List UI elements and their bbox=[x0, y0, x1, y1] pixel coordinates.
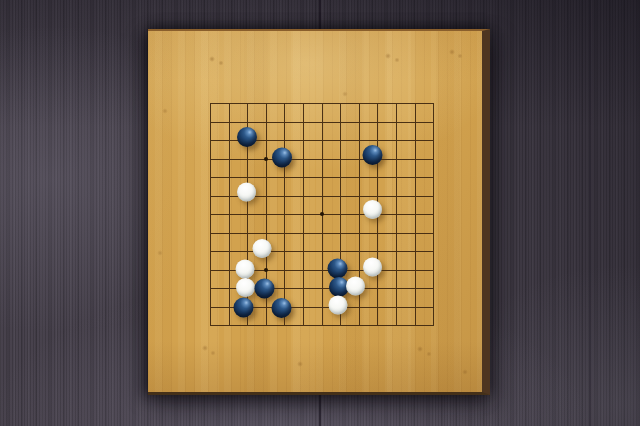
black-stone bbox=[272, 298, 292, 318]
intersection-1-10 bbox=[219, 279, 238, 298]
intersection-9-10 bbox=[368, 279, 387, 298]
intersection-11-11 bbox=[405, 297, 424, 316]
intersection-4-5 bbox=[275, 186, 294, 205]
intersection-9-12 bbox=[368, 316, 387, 335]
intersection-0-5 bbox=[201, 186, 220, 205]
intersection-1-3 bbox=[219, 149, 238, 168]
intersection-11-5 bbox=[405, 186, 424, 205]
intersection-8-7 bbox=[349, 223, 368, 242]
intersection-11-1 bbox=[405, 112, 424, 131]
intersection-3-0 bbox=[256, 94, 275, 113]
intersection-2-3 bbox=[238, 149, 257, 168]
go-board bbox=[148, 29, 490, 395]
intersection-4-8 bbox=[275, 242, 294, 261]
intersection-11-10 bbox=[405, 279, 424, 298]
intersection-10-9 bbox=[387, 260, 406, 279]
intersection-12-9 bbox=[424, 260, 443, 279]
intersection-8-1 bbox=[349, 112, 368, 131]
intersection-12-8 bbox=[424, 242, 443, 261]
intersection-2-11 bbox=[238, 297, 257, 316]
intersection-5-7 bbox=[294, 223, 313, 242]
intersection-12-4 bbox=[424, 168, 443, 187]
intersection-12-5 bbox=[424, 186, 443, 205]
intersection-0-7 bbox=[201, 223, 220, 242]
intersection-11-3 bbox=[405, 149, 424, 168]
intersection-9-4 bbox=[368, 168, 387, 187]
intersection-3-8 bbox=[256, 242, 275, 261]
intersection-2-12 bbox=[238, 316, 257, 335]
intersection-3-4 bbox=[256, 168, 275, 187]
intersection-7-0 bbox=[331, 94, 350, 113]
intersection-10-10 bbox=[387, 279, 406, 298]
intersection-8-8 bbox=[349, 242, 368, 261]
intersection-12-0 bbox=[424, 94, 443, 113]
intersection-6-5 bbox=[312, 186, 331, 205]
intersection-3-9 bbox=[256, 260, 275, 279]
intersection-7-1 bbox=[331, 112, 350, 131]
intersection-12-10 bbox=[424, 279, 443, 298]
intersection-8-11 bbox=[349, 297, 368, 316]
intersection-0-2 bbox=[201, 131, 220, 150]
intersection-3-12 bbox=[256, 316, 275, 335]
intersection-11-8 bbox=[405, 242, 424, 261]
intersection-9-9 bbox=[368, 260, 387, 279]
intersection-2-7 bbox=[238, 223, 257, 242]
intersection-9-11 bbox=[368, 297, 387, 316]
black-stone bbox=[234, 297, 254, 317]
white-stone bbox=[363, 200, 382, 219]
intersection-6-10 bbox=[312, 279, 331, 298]
intersection-11-7 bbox=[405, 223, 424, 242]
intersection-9-1 bbox=[368, 112, 387, 131]
intersection-3-2 bbox=[256, 131, 275, 150]
intersection-5-8 bbox=[294, 242, 313, 261]
intersection-5-5 bbox=[294, 186, 313, 205]
white-stone bbox=[346, 277, 365, 296]
intersection-0-3 bbox=[201, 149, 220, 168]
intersection-12-2 bbox=[424, 131, 443, 150]
intersection-3-1 bbox=[256, 112, 275, 131]
intersection-3-10 bbox=[256, 279, 275, 298]
intersection-0-12 bbox=[201, 316, 220, 335]
intersection-6-0 bbox=[312, 94, 331, 113]
intersection-7-3 bbox=[331, 149, 350, 168]
intersection-9-0 bbox=[368, 94, 387, 113]
intersection-5-1 bbox=[294, 112, 313, 131]
intersection-12-1 bbox=[424, 112, 443, 131]
black-stone bbox=[363, 145, 383, 165]
intersection-7-6 bbox=[331, 205, 350, 224]
intersection-4-6 bbox=[275, 205, 294, 224]
intersection-6-4 bbox=[312, 168, 331, 187]
intersection-8-4 bbox=[349, 168, 368, 187]
intersection-7-4 bbox=[331, 168, 350, 187]
intersection-4-10 bbox=[275, 279, 294, 298]
white-stone bbox=[236, 259, 255, 278]
intersection-0-1 bbox=[201, 112, 220, 131]
intersection-5-4 bbox=[294, 168, 313, 187]
intersection-4-0 bbox=[275, 94, 294, 113]
intersection-2-2 bbox=[238, 131, 257, 150]
intersection-4-12 bbox=[275, 316, 294, 335]
intersection-5-11 bbox=[294, 297, 313, 316]
intersection-8-12 bbox=[349, 316, 368, 335]
intersection-8-10 bbox=[349, 279, 368, 298]
intersection-6-1 bbox=[312, 112, 331, 131]
intersection-1-1 bbox=[219, 112, 238, 131]
intersection-12-3 bbox=[424, 149, 443, 168]
intersection-7-12 bbox=[331, 316, 350, 335]
intersection-0-10 bbox=[201, 279, 220, 298]
intersection-1-4 bbox=[219, 168, 238, 187]
intersection-5-9 bbox=[294, 260, 313, 279]
intersection-10-11 bbox=[387, 297, 406, 316]
intersection-3-6 bbox=[256, 205, 275, 224]
intersection-10-3 bbox=[387, 149, 406, 168]
intersection-11-9 bbox=[405, 260, 424, 279]
intersection-2-6 bbox=[238, 205, 257, 224]
intersection-0-9 bbox=[201, 260, 220, 279]
intersection-10-5 bbox=[387, 186, 406, 205]
intersection-5-3 bbox=[294, 149, 313, 168]
intersection-6-3 bbox=[312, 149, 331, 168]
intersection-2-9 bbox=[238, 260, 257, 279]
intersection-1-0 bbox=[219, 94, 238, 113]
intersection-10-8 bbox=[387, 242, 406, 261]
intersection-4-11 bbox=[275, 297, 294, 316]
intersection-6-6 bbox=[312, 205, 331, 224]
intersection-4-1 bbox=[275, 112, 294, 131]
intersection-0-8 bbox=[201, 242, 220, 261]
intersection-11-2 bbox=[405, 131, 424, 150]
intersection-9-7 bbox=[368, 223, 387, 242]
white-stone bbox=[329, 295, 348, 314]
intersection-1-6 bbox=[219, 205, 238, 224]
intersection-0-0 bbox=[201, 94, 220, 113]
intersection-1-5 bbox=[219, 186, 238, 205]
intersection-4-9 bbox=[275, 260, 294, 279]
floor-plank-seam bbox=[589, 0, 591, 426]
intersection-5-10 bbox=[294, 279, 313, 298]
intersection-6-7 bbox=[312, 223, 331, 242]
photo-scene bbox=[0, 0, 640, 426]
intersection-3-5 bbox=[256, 186, 275, 205]
intersection-0-6 bbox=[201, 205, 220, 224]
intersection-4-3 bbox=[275, 149, 294, 168]
intersection-7-7 bbox=[331, 223, 350, 242]
intersection-11-6 bbox=[405, 205, 424, 224]
intersection-1-7 bbox=[219, 223, 238, 242]
intersection-12-6 bbox=[424, 205, 443, 224]
intersection-10-4 bbox=[387, 168, 406, 187]
intersection-10-6 bbox=[387, 205, 406, 224]
intersection-10-1 bbox=[387, 112, 406, 131]
intersection-9-3 bbox=[368, 149, 387, 168]
intersection-5-6 bbox=[294, 205, 313, 224]
intersection-12-7 bbox=[424, 223, 443, 242]
black-stone bbox=[237, 127, 257, 147]
intersection-1-2 bbox=[219, 131, 238, 150]
intersection-12-12 bbox=[424, 316, 443, 335]
intersection-2-5 bbox=[238, 186, 257, 205]
white-stone bbox=[363, 257, 382, 276]
intersection-6-2 bbox=[312, 131, 331, 150]
black-stone bbox=[254, 279, 274, 299]
intersection-1-8 bbox=[219, 242, 238, 261]
intersection-12-11 bbox=[424, 297, 443, 316]
intersection-6-12 bbox=[312, 316, 331, 335]
intersection-7-9 bbox=[331, 260, 350, 279]
white-stone bbox=[237, 182, 256, 201]
intersection-0-4 bbox=[201, 168, 220, 187]
white-stone bbox=[236, 278, 255, 297]
intersection-4-7 bbox=[275, 223, 294, 242]
intersection-10-0 bbox=[387, 94, 406, 113]
intersection-5-0 bbox=[294, 94, 313, 113]
intersection-7-2 bbox=[331, 131, 350, 150]
intersection-11-0 bbox=[405, 94, 424, 113]
intersection-1-12 bbox=[219, 316, 238, 335]
intersection-10-12 bbox=[387, 316, 406, 335]
intersection-11-12 bbox=[405, 316, 424, 335]
intersection-9-6 bbox=[368, 205, 387, 224]
black-stone bbox=[272, 147, 292, 167]
intersection-10-7 bbox=[387, 223, 406, 242]
intersection-5-2 bbox=[294, 131, 313, 150]
intersection-2-0 bbox=[238, 94, 257, 113]
intersection-4-4 bbox=[275, 168, 294, 187]
intersection-10-2 bbox=[387, 131, 406, 150]
intersection-0-11 bbox=[201, 297, 220, 316]
white-stone bbox=[252, 239, 271, 258]
intersection-11-4 bbox=[405, 168, 424, 187]
intersection-7-5 bbox=[331, 186, 350, 205]
intersection-7-11 bbox=[331, 297, 350, 316]
intersection-5-12 bbox=[294, 316, 313, 335]
intersection-8-0 bbox=[349, 94, 368, 113]
intersection-6-8 bbox=[312, 242, 331, 261]
board-grid bbox=[201, 94, 443, 335]
black-stone bbox=[328, 258, 348, 278]
